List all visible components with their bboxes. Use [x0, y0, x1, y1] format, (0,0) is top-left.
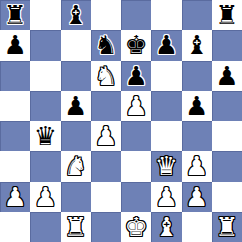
square-a8[interactable]: ♜ [0, 0, 30, 30]
square-e1[interactable]: ♚ [121, 212, 151, 242]
black-rook[interactable]: ♜ [3, 0, 26, 30]
square-d6[interactable]: ♞ [91, 61, 121, 91]
square-c4[interactable] [61, 121, 91, 151]
square-h2[interactable] [212, 182, 242, 212]
white-pawn[interactable]: ♟ [185, 182, 208, 212]
square-b1[interactable] [30, 212, 60, 242]
square-d3[interactable] [91, 151, 121, 181]
black-pawn[interactable]: ♟ [3, 30, 26, 60]
square-c8[interactable]: ♝ [61, 0, 91, 30]
square-b4[interactable]: ♛ [30, 121, 60, 151]
square-a3[interactable] [0, 151, 30, 181]
square-e8[interactable] [121, 0, 151, 30]
square-f7[interactable]: ♟ [151, 30, 181, 60]
square-d2[interactable] [91, 182, 121, 212]
square-c2[interactable] [61, 182, 91, 212]
white-pawn[interactable]: ♟ [124, 91, 147, 121]
square-a1[interactable] [0, 212, 30, 242]
square-c1[interactable]: ♜ [61, 212, 91, 242]
white-pawn[interactable]: ♟ [155, 182, 178, 212]
square-c5[interactable]: ♟ [61, 91, 91, 121]
black-knight[interactable]: ♞ [94, 30, 117, 60]
square-g5[interactable]: ♟ [182, 91, 212, 121]
square-a7[interactable]: ♟ [0, 30, 30, 60]
white-pawn[interactable]: ♟ [185, 151, 208, 181]
square-a4[interactable] [0, 121, 30, 151]
white-king[interactable]: ♚ [124, 212, 147, 242]
black-bishop[interactable]: ♝ [64, 0, 87, 30]
white-rook[interactable]: ♜ [215, 212, 238, 242]
white-rook[interactable]: ♜ [64, 212, 87, 242]
square-b2[interactable]: ♟ [30, 182, 60, 212]
square-f3[interactable]: ♛ [151, 151, 181, 181]
white-pawn[interactable]: ♟ [34, 182, 57, 212]
square-b6[interactable] [30, 61, 60, 91]
black-bishop[interactable]: ♝ [185, 30, 208, 60]
square-f8[interactable] [151, 0, 181, 30]
square-a5[interactable] [0, 91, 30, 121]
white-queen[interactable]: ♛ [155, 151, 178, 181]
square-g7[interactable]: ♝ [182, 30, 212, 60]
white-pawn[interactable]: ♟ [94, 121, 117, 151]
black-pawn[interactable]: ♟ [64, 91, 87, 121]
square-d7[interactable]: ♞ [91, 30, 121, 60]
black-pawn[interactable]: ♟ [124, 61, 147, 91]
square-f5[interactable] [151, 91, 181, 121]
white-bishop[interactable]: ♝ [155, 212, 178, 242]
square-b7[interactable] [30, 30, 60, 60]
black-pawn[interactable]: ♟ [215, 61, 238, 91]
square-f1[interactable]: ♝ [151, 212, 181, 242]
square-h7[interactable] [212, 30, 242, 60]
square-e5[interactable]: ♟ [121, 91, 151, 121]
square-c3[interactable]: ♞ [61, 151, 91, 181]
square-g3[interactable]: ♟ [182, 151, 212, 181]
white-pawn[interactable]: ♟ [3, 182, 26, 212]
square-e4[interactable] [121, 121, 151, 151]
square-b8[interactable] [30, 0, 60, 30]
square-c6[interactable] [61, 61, 91, 91]
black-queen[interactable]: ♛ [34, 121, 57, 151]
square-c7[interactable] [61, 30, 91, 60]
black-pawn[interactable]: ♟ [155, 30, 178, 60]
square-f2[interactable]: ♟ [151, 182, 181, 212]
square-a2[interactable]: ♟ [0, 182, 30, 212]
square-h3[interactable] [212, 151, 242, 181]
square-d5[interactable] [91, 91, 121, 121]
white-knight[interactable]: ♞ [64, 151, 87, 181]
square-g1[interactable] [182, 212, 212, 242]
square-d4[interactable]: ♟ [91, 121, 121, 151]
square-g8[interactable] [182, 0, 212, 30]
square-h8[interactable]: ♜ [212, 0, 242, 30]
square-g2[interactable]: ♟ [182, 182, 212, 212]
square-e3[interactable] [121, 151, 151, 181]
square-b5[interactable] [30, 91, 60, 121]
black-rook[interactable]: ♜ [215, 0, 238, 30]
square-d8[interactable] [91, 0, 121, 30]
square-e6[interactable]: ♟ [121, 61, 151, 91]
square-h6[interactable]: ♟ [212, 61, 242, 91]
black-pawn[interactable]: ♟ [185, 91, 208, 121]
square-e2[interactable] [121, 182, 151, 212]
square-h5[interactable] [212, 91, 242, 121]
chess-board: ♜♝♜♟♞♚♟♝♞♟♟♟♟♟♛♟♞♛♟♟♟♟♟♜♚♝♜ [0, 0, 242, 242]
square-h4[interactable] [212, 121, 242, 151]
square-f4[interactable] [151, 121, 181, 151]
square-b3[interactable] [30, 151, 60, 181]
square-e7[interactable]: ♚ [121, 30, 151, 60]
square-g4[interactable] [182, 121, 212, 151]
black-king[interactable]: ♚ [124, 30, 147, 60]
square-h1[interactable]: ♜ [212, 212, 242, 242]
square-a6[interactable] [0, 61, 30, 91]
square-f6[interactable] [151, 61, 181, 91]
square-g6[interactable] [182, 61, 212, 91]
square-d1[interactable] [91, 212, 121, 242]
white-knight[interactable]: ♞ [94, 61, 117, 91]
